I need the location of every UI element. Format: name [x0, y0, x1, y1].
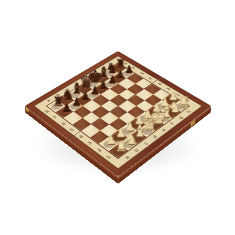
- piece-white-rook: ♜: [109, 139, 133, 153]
- piece-black-pawn: ♟: [56, 103, 78, 114]
- product-photo-scene: abcdefgh abcdefgh 87654321 87654321 ♜♞♝♛…: [0, 0, 235, 235]
